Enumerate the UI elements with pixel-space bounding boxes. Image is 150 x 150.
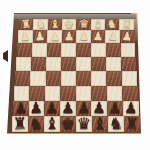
board-square[interactable] — [76, 71, 91, 86]
piece-black-bishop[interactable]: ♝ — [92, 116, 107, 132]
board-square[interactable] — [31, 57, 46, 72]
piece-black-knight[interactable]: ♞ — [28, 116, 43, 132]
board-square[interactable] — [121, 57, 136, 72]
board-square[interactable] — [46, 57, 61, 72]
board-square[interactable] — [16, 57, 31, 72]
board-square[interactable] — [61, 71, 76, 86]
board-square[interactable] — [106, 57, 121, 72]
board-square[interactable] — [61, 57, 76, 72]
board-square[interactable] — [17, 43, 32, 57]
board-square[interactable] — [61, 43, 76, 57]
piece-white-pawn[interactable]: ♟ — [64, 31, 74, 43]
piece-black-knight[interactable]: ♞ — [108, 116, 123, 132]
board-square[interactable] — [106, 43, 121, 57]
board-square[interactable] — [91, 71, 106, 86]
board-square[interactable] — [106, 71, 121, 86]
piece-black-bishop[interactable]: ♝ — [44, 116, 59, 132]
board-square[interactable] — [121, 43, 136, 57]
piece-white-pawn[interactable]: ♟ — [34, 31, 45, 43]
board-row — [16, 57, 136, 72]
board-square[interactable] — [46, 71, 61, 86]
chessboard-photo: ♜♞♝♚♛♝♞♜♟♟♟♟♟♟♟♟♟♟♟♟♟♟♟♟♜♞♝♚♛♝♞♜ — [0, 0, 150, 150]
piece-black-queen[interactable]: ♛ — [76, 116, 90, 132]
board-square[interactable] — [122, 71, 137, 86]
board-row — [17, 43, 135, 57]
board-square[interactable] — [76, 57, 91, 72]
piece-black-rook[interactable]: ♜ — [12, 116, 27, 133]
piece-white-king[interactable]: ♚ — [64, 19, 74, 30]
piece-black-king[interactable]: ♚ — [60, 116, 74, 132]
board-square[interactable] — [76, 43, 91, 57]
piece-white-pawn[interactable]: ♟ — [122, 31, 133, 43]
board-square[interactable] — [91, 57, 106, 72]
board-square[interactable] — [32, 43, 47, 57]
photo-area: ♜♞♝♚♛♝♞♜♟♟♟♟♟♟♟♟♟♟♟♟♟♟♟♟♜♞♝♚♛♝♞♜ — [0, 0, 150, 150]
piece-white-queen[interactable]: ♛ — [79, 19, 89, 30]
board-square[interactable] — [47, 43, 62, 57]
board-square[interactable] — [91, 43, 106, 57]
piece-white-pawn[interactable]: ♟ — [93, 31, 104, 43]
board-far-edge — [14, 14, 136, 19]
piece-white-pawn[interactable]: ♟ — [20, 31, 31, 43]
piece-white-pawn[interactable]: ♟ — [49, 31, 60, 43]
piece-white-pawn[interactable]: ♟ — [107, 31, 118, 43]
board-square[interactable] — [15, 71, 30, 86]
hinge-clasp-icon — [3, 50, 8, 62]
board-row — [15, 71, 137, 86]
piece-white-pawn[interactable]: ♟ — [78, 31, 88, 43]
board-square[interactable] — [30, 71, 45, 86]
piece-black-rook[interactable]: ♜ — [124, 116, 139, 133]
